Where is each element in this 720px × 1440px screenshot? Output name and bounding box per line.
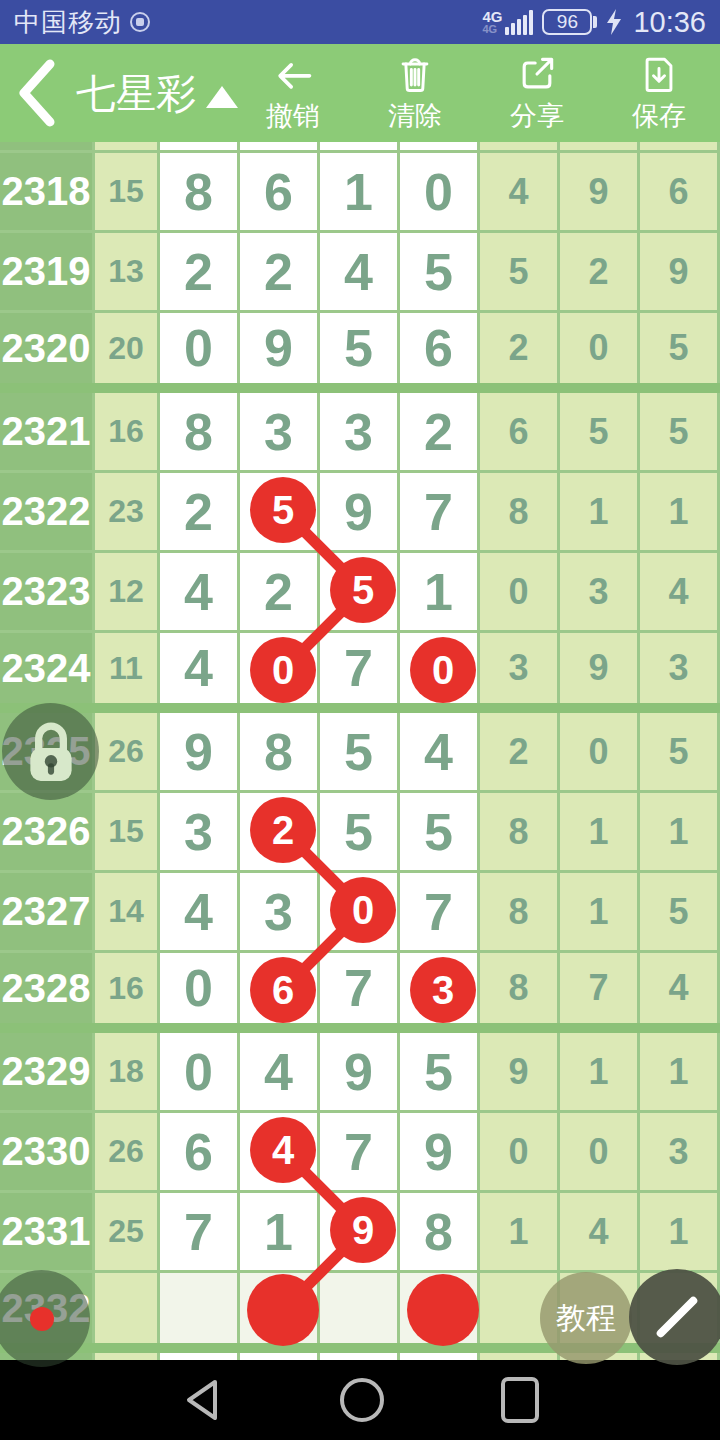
extra-digit-cell[interactable]: 4	[640, 953, 720, 1023]
digit-cell[interactable]	[320, 1273, 400, 1343]
sum-cell: 13	[95, 233, 160, 310]
network-type-label: 4G	[482, 9, 502, 24]
sum-cell: 16	[95, 393, 160, 470]
digit-cell[interactable]: 9	[400, 1113, 480, 1190]
extra-digit-cell[interactable]: 1	[560, 793, 640, 870]
extra-digit-cell[interactable]: 5	[640, 873, 720, 950]
digit-cell[interactable]: 0	[400, 633, 480, 703]
extra-digit-cell[interactable]: 0	[480, 1113, 560, 1190]
extra-digit-cell[interactable]: 1	[480, 1193, 560, 1270]
notification-mode-icon	[130, 12, 150, 32]
digit-cell[interactable]: 0	[400, 153, 480, 230]
digit-cell[interactable]: 7	[400, 873, 480, 950]
digit-cell[interactable]: 2	[400, 393, 480, 470]
digit-cell[interactable]: 6	[400, 313, 480, 383]
period-cell: 2318	[0, 153, 95, 230]
page-title: 七星彩	[76, 66, 196, 121]
chart-row-2325: 2325269854205	[0, 713, 720, 793]
digit-cell[interactable]: 7	[320, 953, 400, 1023]
digit-cell[interactable]: 6	[240, 153, 320, 230]
digit-cell[interactable]: 9	[320, 1033, 400, 1110]
sum-cell: 26	[95, 1113, 160, 1190]
digit-cell[interactable]: 1	[320, 153, 400, 230]
digit-cell[interactable]: 8	[160, 393, 240, 470]
period-cell: 2323	[0, 553, 95, 630]
extra-digit-cell[interactable]: 5	[480, 233, 560, 310]
digit-cell[interactable]: 5	[400, 1033, 480, 1110]
extra-digit-cell[interactable]: 9	[640, 233, 720, 310]
extra-digit-cell[interactable]: 5	[640, 393, 720, 470]
extra-digit-cell[interactable]: 1	[640, 1193, 720, 1270]
extra-digit-cell[interactable]: 8	[480, 953, 560, 1023]
pencil-icon	[655, 1295, 699, 1339]
extra-digit-cell[interactable]: 8	[480, 793, 560, 870]
extra-digit-cell[interactable]: 0	[560, 313, 640, 383]
period-cell: 2321	[0, 393, 95, 470]
chart-row-2328: 2328160673874	[0, 953, 720, 1033]
extra-digit-cell[interactable]: 8	[480, 873, 560, 950]
digit-cell[interactable]	[240, 1273, 320, 1343]
extra-digit-cell[interactable]: 3	[640, 633, 720, 703]
chart-row-2329: 2329180495911	[0, 1033, 720, 1113]
chart-row-2324: 2324114070393	[0, 633, 720, 713]
digit-cell[interactable]: 3	[400, 953, 480, 1023]
sum-cell: 26	[95, 713, 160, 790]
extra-digit-cell[interactable]: 4	[560, 1193, 640, 1270]
digit-cell[interactable]: 1	[400, 553, 480, 630]
sum-cell: 14	[95, 873, 160, 950]
toolbar: 七星彩 撤销 清除 分享	[0, 44, 720, 142]
extra-digit-cell[interactable]: 8	[480, 473, 560, 550]
digit-cell[interactable]: 0	[240, 633, 320, 703]
digit-cell[interactable]: 5	[400, 793, 480, 870]
sum-cell: 11	[95, 633, 160, 703]
digit-cell[interactable]: 2	[240, 553, 320, 630]
digit-cell[interactable]: 2	[240, 233, 320, 310]
status-bar: 中国移动 4G 4G 96 10:36	[0, 0, 720, 44]
sum-cell: 20	[95, 313, 160, 383]
sum-cell: 15	[95, 793, 160, 870]
sum-cell: 16	[95, 953, 160, 1023]
draw-pencil-button[interactable]	[629, 1269, 720, 1365]
period-cell: 2330	[0, 1113, 95, 1190]
extra-digit-cell[interactable]: 5	[640, 713, 720, 790]
extra-digit-cell[interactable]: 1	[640, 793, 720, 870]
sum-cell: 12	[95, 553, 160, 630]
extra-digit-cell[interactable]: 7	[560, 953, 640, 1023]
chart-row-2326: 2326153255811	[0, 793, 720, 873]
period-cell: 2320	[0, 313, 95, 383]
red-dot-icon	[30, 1307, 54, 1331]
extra-digit-cell[interactable]: 9	[560, 633, 640, 703]
digit-cell[interactable]: 5	[400, 233, 480, 310]
digit-cell[interactable]: 2	[160, 233, 240, 310]
extra-digit-cell[interactable]: 0	[560, 1113, 640, 1190]
chart-row-2331: 2331257198141	[0, 1193, 720, 1273]
period-cell: 2324	[0, 633, 95, 703]
digit-cell[interactable]: 5	[320, 713, 400, 790]
chart-row-2319: 2319132245529	[0, 233, 720, 313]
battery-percent: 96	[557, 11, 578, 33]
period-cell: 2326	[0, 793, 95, 870]
digit-cell[interactable]: 5	[320, 553, 400, 630]
digit-cell[interactable]: 8	[160, 153, 240, 230]
extra-digit-cell[interactable]: 6	[640, 153, 720, 230]
period-cell: 2322	[0, 473, 95, 550]
digit-cell[interactable]: 0	[160, 313, 240, 383]
extra-digit-cell[interactable]: 9	[560, 153, 640, 230]
extra-digit-cell[interactable]: 1	[640, 1033, 720, 1110]
extra-digit-cell[interactable]: 2	[480, 713, 560, 790]
digit-cell[interactable]: 4	[240, 1033, 320, 1110]
extra-digit-cell[interactable]: 9	[480, 1033, 560, 1110]
partial-row-above	[0, 142, 720, 153]
digit-cell[interactable]: 7	[320, 633, 400, 703]
extra-digit-cell[interactable]: 1	[560, 1033, 640, 1110]
digit-cell[interactable]: 3	[240, 873, 320, 950]
period-cell: 2319	[0, 233, 95, 310]
extra-digit-cell[interactable]: 3	[560, 553, 640, 630]
digit-cell[interactable]: 8	[400, 1193, 480, 1270]
network-type-label-sim2: 4G	[482, 24, 497, 35]
extra-digit-cell[interactable]: 2	[480, 313, 560, 383]
digit-cell[interactable]: 4	[400, 713, 480, 790]
sum-cell: 15	[95, 153, 160, 230]
save-file-icon	[637, 52, 681, 96]
digit-cell[interactable]: 4	[160, 873, 240, 950]
period-cell: 2329	[0, 1033, 95, 1110]
digit-cell[interactable]: 0	[160, 1033, 240, 1110]
extra-digit-cell[interactable]: 5	[640, 313, 720, 383]
digit-cell[interactable]: 7	[400, 473, 480, 550]
period-cell: 2328	[0, 953, 95, 1023]
charging-bolt-icon	[606, 9, 622, 35]
digit-cell[interactable]: 4	[320, 233, 400, 310]
extra-digit-cell[interactable]: 1	[560, 473, 640, 550]
extra-digit-cell[interactable]: 4	[480, 153, 560, 230]
digit-cell[interactable]: 3	[320, 393, 400, 470]
clock-label: 10:36	[633, 6, 706, 39]
carrier-label: 中国移动	[14, 5, 122, 40]
lock-icon	[24, 719, 78, 785]
digit-cell[interactable]	[160, 1273, 240, 1343]
undo-arrow-icon	[271, 52, 315, 96]
battery-indicator: 96	[542, 9, 592, 35]
digit-cell[interactable]: 2	[240, 793, 320, 870]
digit-cell[interactable]: 0	[160, 953, 240, 1023]
digit-cell[interactable]: 6	[240, 953, 320, 1023]
extra-digit-cell[interactable]: 4	[640, 553, 720, 630]
extra-digit-cell[interactable]: 3	[640, 1113, 720, 1190]
triangle-up-icon	[206, 86, 238, 108]
extra-digit-cell[interactable]: 6	[480, 393, 560, 470]
extra-digit-cell[interactable]: 1	[560, 873, 640, 950]
digit-cell[interactable]: 5	[320, 793, 400, 870]
tutorial-button[interactable]: 教程	[540, 1272, 632, 1364]
chart-row-2330: 2330266479003	[0, 1113, 720, 1193]
chart-row-2327: 2327144307815	[0, 873, 720, 953]
digit-cell[interactable]: 3	[240, 393, 320, 470]
nav-recents-icon[interactable]	[499, 1376, 541, 1424]
signal-strength-icon: 4G 4G	[482, 9, 533, 35]
period-cell: 2331	[0, 1193, 95, 1270]
lottery-type-selector[interactable]: 七星彩	[76, 66, 238, 121]
digit-cell[interactable]: 4	[160, 633, 240, 703]
trend-chart: 2318158610496231913224552923202009562052…	[0, 142, 720, 1360]
period-cell: 2327	[0, 873, 95, 950]
extra-digit-cell[interactable]: 3	[480, 633, 560, 703]
digit-cell[interactable]: 8	[240, 713, 320, 790]
digit-cell[interactable]: 9	[320, 473, 400, 550]
chart-row-2318: 2318158610496	[0, 153, 720, 233]
extra-digit-cell[interactable]: 5	[560, 393, 640, 470]
digit-cell[interactable]: 2	[160, 473, 240, 550]
extra-digit-cell[interactable]: 2	[560, 233, 640, 310]
digit-cell[interactable]	[400, 1273, 480, 1343]
lock-button[interactable]	[2, 703, 99, 800]
digit-cell[interactable]: 4	[240, 1113, 320, 1190]
digit-cell[interactable]: 4	[160, 553, 240, 630]
chart-row-2320: 2320200956205	[0, 313, 720, 393]
extra-digit-cell[interactable]: 0	[480, 553, 560, 630]
digit-cell[interactable]: 7	[160, 1193, 240, 1270]
chart-row-2323: 2323124251034	[0, 553, 720, 633]
trash-icon	[393, 52, 437, 96]
android-nav-bar	[0, 1360, 720, 1440]
chart-row-2321: 2321168332655	[0, 393, 720, 473]
chart-row-2322: 2322232597811	[0, 473, 720, 553]
digit-cell[interactable]: 9	[240, 313, 320, 383]
undo-button[interactable]: 撤销	[258, 52, 328, 134]
digit-cell[interactable]: 7	[320, 1113, 400, 1190]
digit-cell[interactable]: 3	[160, 793, 240, 870]
share-button[interactable]: 分享	[502, 52, 572, 134]
sum-cell: 25	[95, 1193, 160, 1270]
digit-cell[interactable]: 9	[320, 1193, 400, 1270]
back-icon[interactable]	[14, 58, 58, 128]
digit-cell[interactable]: 0	[320, 873, 400, 950]
save-button[interactable]: 保存	[624, 52, 694, 134]
digit-cell[interactable]: 1	[240, 1193, 320, 1270]
extra-digit-cell[interactable]: 0	[560, 713, 640, 790]
digit-cell[interactable]: 9	[160, 713, 240, 790]
digit-cell[interactable]: 6	[160, 1113, 240, 1190]
digit-cell[interactable]: 5	[320, 313, 400, 383]
sum-cell: 18	[95, 1033, 160, 1110]
extra-digit-cell[interactable]: 1	[640, 473, 720, 550]
nav-home-icon[interactable]	[338, 1376, 386, 1424]
share-icon	[515, 52, 559, 96]
clear-button[interactable]: 清除	[380, 52, 450, 134]
nav-back-icon[interactable]	[182, 1377, 220, 1423]
sum-cell	[95, 1273, 160, 1343]
sum-cell: 23	[95, 473, 160, 550]
digit-cell[interactable]: 5	[240, 473, 320, 550]
